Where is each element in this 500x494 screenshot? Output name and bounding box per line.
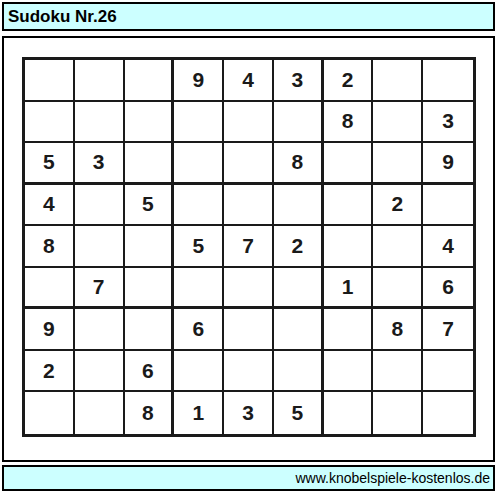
cell-r7c2[interactable] <box>75 309 125 351</box>
cell-r2c3[interactable] <box>125 102 175 144</box>
cell-r1c4[interactable]: 9 <box>174 60 224 102</box>
cell-r5c1[interactable]: 8 <box>25 226 75 268</box>
cell-r1c7[interactable]: 2 <box>324 60 374 102</box>
cell-r7c5[interactable] <box>224 309 274 351</box>
cell-r9c5[interactable]: 3 <box>224 392 274 434</box>
cell-r7c7[interactable] <box>324 309 374 351</box>
cell-r5c5[interactable]: 7 <box>224 226 274 268</box>
cell-r2c2[interactable] <box>75 102 125 144</box>
cell-r6c6[interactable] <box>274 268 324 310</box>
cell-r4c3[interactable]: 5 <box>125 185 175 227</box>
cell-r7c6[interactable] <box>274 309 324 351</box>
cell-r7c3[interactable] <box>125 309 175 351</box>
cell-r4c2[interactable] <box>75 185 125 227</box>
cell-r8c2[interactable] <box>75 351 125 393</box>
cell-r4c7[interactable] <box>324 185 374 227</box>
cell-r5c6[interactable]: 2 <box>274 226 324 268</box>
cell-r9c9[interactable] <box>423 392 473 434</box>
cell-r2c6[interactable] <box>274 102 324 144</box>
cell-r5c7[interactable] <box>324 226 374 268</box>
cell-r6c5[interactable] <box>224 268 274 310</box>
cell-r5c4[interactable]: 5 <box>174 226 224 268</box>
cell-r5c3[interactable] <box>125 226 175 268</box>
cell-r6c3[interactable] <box>125 268 175 310</box>
cell-r3c2[interactable]: 3 <box>75 143 125 185</box>
cell-r2c1[interactable] <box>25 102 75 144</box>
cell-r7c1[interactable]: 9 <box>25 309 75 351</box>
cell-r5c8[interactable] <box>373 226 423 268</box>
footer-bar: www.knobelspiele-kostenlos.de <box>2 465 495 491</box>
cell-r4c6[interactable] <box>274 185 324 227</box>
cell-r8c4[interactable] <box>174 351 224 393</box>
cell-r1c3[interactable] <box>125 60 175 102</box>
cell-r8c7[interactable] <box>324 351 374 393</box>
cell-r8c6[interactable] <box>274 351 324 393</box>
cell-r6c2[interactable]: 7 <box>75 268 125 310</box>
cell-r5c2[interactable] <box>75 226 125 268</box>
cell-r1c1[interactable] <box>25 60 75 102</box>
cell-r3c7[interactable] <box>324 143 374 185</box>
cell-r2c7[interactable]: 8 <box>324 102 374 144</box>
cell-r9c1[interactable] <box>25 392 75 434</box>
cell-r1c9[interactable] <box>423 60 473 102</box>
cell-r6c8[interactable] <box>373 268 423 310</box>
cell-r6c4[interactable] <box>174 268 224 310</box>
cell-r1c8[interactable] <box>373 60 423 102</box>
cell-r4c5[interactable] <box>224 185 274 227</box>
cell-r2c9[interactable]: 3 <box>423 102 473 144</box>
cell-r6c7[interactable]: 1 <box>324 268 374 310</box>
cell-r8c8[interactable] <box>373 351 423 393</box>
cell-r4c8[interactable]: 2 <box>373 185 423 227</box>
cell-r9c3[interactable]: 8 <box>125 392 175 434</box>
cell-r5c9[interactable]: 4 <box>423 226 473 268</box>
cell-r8c5[interactable] <box>224 351 274 393</box>
title-bar: Sudoku Nr.26 <box>2 2 495 31</box>
cell-r2c8[interactable] <box>373 102 423 144</box>
cell-r8c3[interactable]: 6 <box>125 351 175 393</box>
cell-r7c8[interactable]: 8 <box>373 309 423 351</box>
page: Sudoku Nr.26 943283538945285724716968726… <box>0 0 500 494</box>
page-title: Sudoku Nr.26 <box>8 7 117 26</box>
cell-r9c6[interactable]: 5 <box>274 392 324 434</box>
website-link[interactable]: www.knobelspiele-kostenlos.de <box>295 470 490 486</box>
cell-r6c9[interactable]: 6 <box>423 268 473 310</box>
cell-r1c2[interactable] <box>75 60 125 102</box>
cell-r3c9[interactable]: 9 <box>423 143 473 185</box>
cell-r3c8[interactable] <box>373 143 423 185</box>
cell-r2c5[interactable] <box>224 102 274 144</box>
cell-r3c5[interactable] <box>224 143 274 185</box>
cell-r9c2[interactable] <box>75 392 125 434</box>
cell-r2c4[interactable] <box>174 102 224 144</box>
cell-r7c9[interactable]: 7 <box>423 309 473 351</box>
sudoku-grid: 9432835389452857247169687268135 <box>22 57 476 437</box>
cell-r8c1[interactable]: 2 <box>25 351 75 393</box>
cell-r3c6[interactable]: 8 <box>274 143 324 185</box>
cell-r1c5[interactable]: 4 <box>224 60 274 102</box>
cell-r9c7[interactable] <box>324 392 374 434</box>
cell-r6c1[interactable] <box>25 268 75 310</box>
cell-r8c9[interactable] <box>423 351 473 393</box>
cell-r4c4[interactable] <box>174 185 224 227</box>
cell-r3c3[interactable] <box>125 143 175 185</box>
cell-r7c4[interactable]: 6 <box>174 309 224 351</box>
cell-r3c4[interactable] <box>174 143 224 185</box>
cell-r4c9[interactable] <box>423 185 473 227</box>
cell-r4c1[interactable]: 4 <box>25 185 75 227</box>
cell-r1c6[interactable]: 3 <box>274 60 324 102</box>
cell-r9c8[interactable] <box>373 392 423 434</box>
cell-r3c1[interactable]: 5 <box>25 143 75 185</box>
cell-r9c4[interactable]: 1 <box>174 392 224 434</box>
